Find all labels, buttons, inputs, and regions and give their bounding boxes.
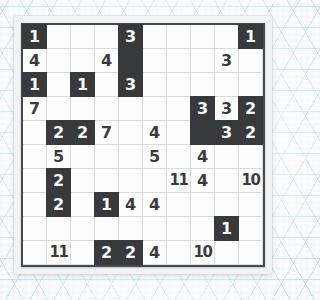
cell-r2c10[interactable] xyxy=(239,49,263,73)
cell-r6c6[interactable]: 5 xyxy=(143,145,167,169)
cell-r4c4[interactable] xyxy=(95,97,119,121)
cell-r2c8[interactable] xyxy=(191,49,215,73)
cell-r2c3[interactable] xyxy=(71,49,95,73)
cell-r8c3[interactable] xyxy=(71,193,95,217)
clue-number: 11 xyxy=(170,173,188,188)
clue-number: 2 xyxy=(53,197,64,213)
cell-r4c3[interactable] xyxy=(71,97,95,121)
clue-number: 2 xyxy=(245,125,256,141)
cell-r4c10-shaded[interactable]: 2 xyxy=(239,97,263,121)
cell-r6c10[interactable] xyxy=(239,145,263,169)
cell-r5c3-shaded[interactable]: 2 xyxy=(71,121,95,145)
cell-r10c3[interactable] xyxy=(71,241,95,265)
cell-r5c8-shaded[interactable] xyxy=(191,121,215,145)
cell-r8c6[interactable]: 4 xyxy=(143,193,167,217)
clue-number: 1 xyxy=(221,221,232,237)
clue-number: 4 xyxy=(125,197,136,213)
clue-number: 5 xyxy=(53,149,64,165)
cell-r2c2[interactable] xyxy=(47,49,71,73)
cell-r4c9[interactable]: 3 xyxy=(215,97,239,121)
clue-number: 2 xyxy=(53,125,64,141)
clue-number: 3 xyxy=(221,101,232,117)
cell-r9c7[interactable] xyxy=(167,217,191,241)
cell-r6c7[interactable] xyxy=(167,145,191,169)
cell-r1c7[interactable] xyxy=(167,25,191,49)
cell-r2c6[interactable] xyxy=(143,49,167,73)
clue-number: 1 xyxy=(77,77,88,93)
puzzle-grid: 1314431137332227432554211410214411122410 xyxy=(21,23,265,267)
clue-number: 4 xyxy=(29,53,40,69)
cell-r8c1[interactable] xyxy=(23,193,47,217)
clue-number: 2 xyxy=(125,245,136,261)
cell-r5c5[interactable] xyxy=(119,121,143,145)
clue-number: 3 xyxy=(125,77,136,93)
cell-r10c4-shaded[interactable]: 2 xyxy=(95,241,119,265)
cell-r5c4[interactable]: 7 xyxy=(95,121,119,145)
cell-r3c3-shaded[interactable]: 1 xyxy=(71,73,95,97)
cell-r8c4-shaded[interactable]: 1 xyxy=(95,193,119,217)
cell-r2c9[interactable]: 3 xyxy=(215,49,239,73)
cell-r9c2[interactable] xyxy=(47,217,71,241)
cell-r2c7[interactable] xyxy=(167,49,191,73)
cell-r7c7[interactable]: 11 xyxy=(167,169,191,193)
cell-r8c10[interactable] xyxy=(239,193,263,217)
cell-r2c1[interactable]: 4 xyxy=(23,49,47,73)
cell-r7c8[interactable]: 4 xyxy=(191,169,215,193)
cell-r5c6[interactable]: 4 xyxy=(143,121,167,145)
cell-r3c2[interactable] xyxy=(47,73,71,97)
cell-r7c2-shaded[interactable]: 2 xyxy=(47,169,71,193)
clue-number: 7 xyxy=(101,125,112,141)
app-background: { "game": "island shading logic puzzle (… xyxy=(0,0,294,300)
cell-r9c3[interactable] xyxy=(71,217,95,241)
cell-r6c1[interactable] xyxy=(23,145,47,169)
cell-r4c1[interactable]: 7 xyxy=(23,97,47,121)
cell-r3c6[interactable] xyxy=(143,73,167,97)
cell-r3c1-shaded[interactable]: 1 xyxy=(23,73,47,97)
cell-r3c9[interactable] xyxy=(215,73,239,97)
board-frame: 1314431137332227432554211410214411122410 xyxy=(14,16,272,274)
cell-r3c7[interactable] xyxy=(167,73,191,97)
cell-r8c2-shaded[interactable]: 2 xyxy=(47,193,71,217)
cell-r2c4[interactable]: 4 xyxy=(95,49,119,73)
cell-r1c10-shaded[interactable]: 1 xyxy=(239,25,263,49)
clue-number: 4 xyxy=(149,125,160,141)
cell-r7c9[interactable] xyxy=(215,169,239,193)
cell-r6c3[interactable] xyxy=(71,145,95,169)
cell-r7c1[interactable] xyxy=(23,169,47,193)
cell-r2c5-shaded[interactable] xyxy=(119,49,143,73)
cell-r8c7[interactable] xyxy=(167,193,191,217)
cell-r4c8-shaded[interactable]: 3 xyxy=(191,97,215,121)
clue-number: 1 xyxy=(101,197,112,213)
clue-number: 10 xyxy=(242,173,260,188)
cell-r4c6[interactable] xyxy=(143,97,167,121)
cell-r8c9[interactable] xyxy=(215,193,239,217)
clue-number: 4 xyxy=(149,245,160,261)
cell-r3c4[interactable] xyxy=(95,73,119,97)
clue-number: 10 xyxy=(194,245,212,260)
clue-number: 7 xyxy=(29,101,40,117)
cell-r1c1-shaded[interactable]: 1 xyxy=(23,25,47,49)
clue-number: 5 xyxy=(149,149,160,165)
cell-r6c5[interactable] xyxy=(119,145,143,169)
cell-r4c7[interactable] xyxy=(167,97,191,121)
cell-r9c8[interactable] xyxy=(191,217,215,241)
cell-r7c10[interactable]: 10 xyxy=(239,169,263,193)
clue-number: 2 xyxy=(245,101,256,117)
clue-number: 1 xyxy=(29,77,40,93)
cell-r3c10[interactable] xyxy=(239,73,263,97)
cell-r9c1[interactable] xyxy=(23,217,47,241)
clue-number: 4 xyxy=(149,197,160,213)
clue-number: 3 xyxy=(221,53,232,69)
cell-r5c9-shaded[interactable]: 3 xyxy=(215,121,239,145)
cell-r8c8[interactable] xyxy=(191,193,215,217)
clue-number: 1 xyxy=(245,29,256,45)
cell-r5c7[interactable] xyxy=(167,121,191,145)
cell-r6c8[interactable]: 4 xyxy=(191,145,215,169)
cell-r4c2[interactable] xyxy=(47,97,71,121)
cell-r6c2[interactable]: 5 xyxy=(47,145,71,169)
cell-r9c9-shaded[interactable]: 1 xyxy=(215,217,239,241)
cell-r10c2[interactable]: 11 xyxy=(47,241,71,265)
clue-number: 4 xyxy=(197,149,208,165)
cell-r5c2-shaded[interactable]: 2 xyxy=(47,121,71,145)
cell-r9c10[interactable] xyxy=(239,217,263,241)
cell-r1c3[interactable] xyxy=(71,25,95,49)
cell-r10c8[interactable]: 10 xyxy=(191,241,215,265)
cell-r3c8[interactable] xyxy=(191,73,215,97)
cell-r7c5[interactable] xyxy=(119,169,143,193)
cell-r5c10-shaded[interactable]: 2 xyxy=(239,121,263,145)
cell-r7c4[interactable] xyxy=(95,169,119,193)
cell-r1c8[interactable] xyxy=(191,25,215,49)
cell-r1c9[interactable] xyxy=(215,25,239,49)
cell-r9c4[interactable] xyxy=(95,217,119,241)
clue-number: 4 xyxy=(101,53,112,69)
cell-r10c6[interactable]: 4 xyxy=(143,241,167,265)
cell-r10c5-shaded[interactable]: 2 xyxy=(119,241,143,265)
clue-number: 3 xyxy=(221,125,232,141)
cell-r3c5-shaded[interactable]: 3 xyxy=(119,73,143,97)
cell-r1c5-shaded[interactable]: 3 xyxy=(119,25,143,49)
cell-r10c1[interactable] xyxy=(23,241,47,265)
clue-number: 4 xyxy=(197,173,208,189)
clue-number: 3 xyxy=(125,29,136,45)
clue-number: 1 xyxy=(29,29,40,45)
cell-r1c4[interactable] xyxy=(95,25,119,49)
cell-r10c9[interactable] xyxy=(215,241,239,265)
clue-number: 3 xyxy=(197,101,208,117)
clue-number: 2 xyxy=(53,173,64,189)
cell-r7c6[interactable] xyxy=(143,169,167,193)
cell-r10c10[interactable] xyxy=(239,241,263,265)
cell-r5c1[interactable] xyxy=(23,121,47,145)
clue-number: 2 xyxy=(77,125,88,141)
cell-r9c5[interactable] xyxy=(119,217,143,241)
cell-r10c7[interactable] xyxy=(167,241,191,265)
cell-r6c9[interactable] xyxy=(215,145,239,169)
clue-number: 11 xyxy=(50,245,68,260)
cell-r1c6[interactable] xyxy=(143,25,167,49)
cell-r9c6[interactable] xyxy=(143,217,167,241)
cell-r6c4[interactable] xyxy=(95,145,119,169)
cell-r4c5[interactable] xyxy=(119,97,143,121)
cell-r1c2[interactable] xyxy=(47,25,71,49)
cell-r8c5[interactable]: 4 xyxy=(119,193,143,217)
clue-number: 2 xyxy=(101,245,112,261)
cell-r7c3[interactable] xyxy=(71,169,95,193)
